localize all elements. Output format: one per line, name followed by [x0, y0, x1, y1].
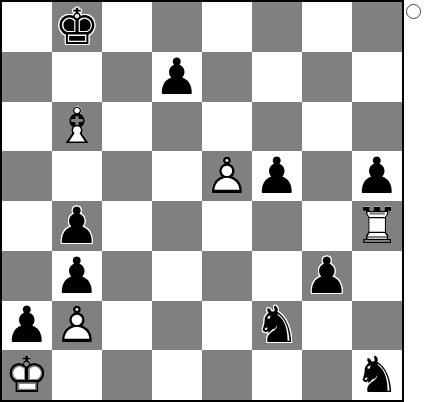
square-c5[interactable]	[102, 151, 152, 201]
square-d4[interactable]	[152, 201, 202, 251]
square-g6[interactable]	[302, 102, 352, 152]
square-g1[interactable]	[302, 350, 352, 400]
square-c2[interactable]	[102, 301, 152, 351]
square-g3[interactable]: ♟	[302, 251, 352, 301]
square-f4[interactable]	[252, 201, 302, 251]
piece-black-pawn[interactable]: ♟	[152, 52, 202, 102]
piece-glyph: ♞	[252, 301, 302, 351]
piece-white-king[interactable]: ♚♔	[2, 350, 52, 400]
piece-glyph: ♚	[52, 2, 102, 52]
square-d8[interactable]	[152, 2, 202, 52]
side-to-move-indicator	[406, 4, 421, 19]
square-a7[interactable]	[2, 52, 52, 102]
square-h7[interactable]	[352, 52, 402, 102]
square-f7[interactable]	[252, 52, 302, 102]
piece-outline-glyph: ♗	[52, 102, 102, 152]
piece-outline-glyph: ♖	[352, 201, 402, 251]
square-b1[interactable]	[52, 350, 102, 400]
square-e6[interactable]	[202, 102, 252, 152]
square-h8[interactable]	[352, 2, 402, 52]
square-b7[interactable]	[52, 52, 102, 102]
piece-black-pawn[interactable]: ♟	[252, 151, 302, 201]
square-h4[interactable]: ♜♖	[352, 201, 402, 251]
square-e8[interactable]	[202, 2, 252, 52]
square-a8[interactable]	[2, 2, 52, 52]
piece-glyph: ♟	[52, 251, 102, 301]
square-b5[interactable]	[52, 151, 102, 201]
square-g4[interactable]	[302, 201, 352, 251]
square-f8[interactable]	[252, 2, 302, 52]
piece-outline-glyph: ♔	[2, 350, 52, 400]
piece-glyph: ♟	[52, 201, 102, 251]
square-e3[interactable]	[202, 251, 252, 301]
square-d2[interactable]	[152, 301, 202, 351]
chess-board: ♚♟♝♗♟♙♟♟♟♜♖♟♟♟♟♙♞♚♔♞	[0, 0, 404, 402]
square-d7[interactable]: ♟	[152, 52, 202, 102]
square-e4[interactable]	[202, 201, 252, 251]
piece-glyph: ♞	[352, 350, 402, 400]
square-a6[interactable]	[2, 102, 52, 152]
piece-glyph: ♟	[352, 151, 402, 201]
square-g7[interactable]	[302, 52, 352, 102]
square-a2[interactable]: ♟	[2, 301, 52, 351]
piece-black-pawn[interactable]: ♟	[52, 201, 102, 251]
piece-white-bishop[interactable]: ♝♗	[52, 102, 102, 152]
piece-outline-glyph: ♙	[52, 301, 102, 351]
square-d3[interactable]	[152, 251, 202, 301]
piece-outline-glyph: ♙	[202, 151, 252, 201]
square-h3[interactable]	[352, 251, 402, 301]
square-c6[interactable]	[102, 102, 152, 152]
square-h5[interactable]: ♟	[352, 151, 402, 201]
piece-black-pawn[interactable]: ♟	[2, 301, 52, 351]
piece-white-rook[interactable]: ♜♖	[352, 201, 402, 251]
square-g2[interactable]	[302, 301, 352, 351]
square-f3[interactable]	[252, 251, 302, 301]
square-a3[interactable]	[2, 251, 52, 301]
square-c7[interactable]	[102, 52, 152, 102]
piece-glyph: ♟	[302, 251, 352, 301]
square-e2[interactable]	[202, 301, 252, 351]
square-f1[interactable]	[252, 350, 302, 400]
piece-glyph: ♟	[2, 301, 52, 351]
square-e1[interactable]	[202, 350, 252, 400]
piece-glyph: ♟	[152, 52, 202, 102]
square-f6[interactable]	[252, 102, 302, 152]
piece-glyph: ♟	[252, 151, 302, 201]
square-b2[interactable]: ♟♙	[52, 301, 102, 351]
piece-black-knight[interactable]: ♞	[352, 350, 402, 400]
square-c3[interactable]	[102, 251, 152, 301]
square-a4[interactable]	[2, 201, 52, 251]
square-b8[interactable]: ♚	[52, 2, 102, 52]
square-a5[interactable]	[2, 151, 52, 201]
square-h2[interactable]	[352, 301, 402, 351]
square-b4[interactable]: ♟	[52, 201, 102, 251]
square-d1[interactable]	[152, 350, 202, 400]
square-f2[interactable]: ♞	[252, 301, 302, 351]
square-c1[interactable]	[102, 350, 152, 400]
square-h6[interactable]	[352, 102, 402, 152]
piece-black-pawn[interactable]: ♟	[302, 251, 352, 301]
piece-black-pawn[interactable]: ♟	[352, 151, 402, 201]
square-d5[interactable]	[152, 151, 202, 201]
square-e7[interactable]	[202, 52, 252, 102]
square-e5[interactable]: ♟♙	[202, 151, 252, 201]
square-c8[interactable]	[102, 2, 152, 52]
square-g5[interactable]	[302, 151, 352, 201]
chess-diagram: ♚♟♝♗♟♙♟♟♟♜♖♟♟♟♟♙♞♚♔♞	[0, 0, 427, 402]
square-b6[interactable]: ♝♗	[52, 102, 102, 152]
piece-white-pawn[interactable]: ♟♙	[52, 301, 102, 351]
piece-white-pawn[interactable]: ♟♙	[202, 151, 252, 201]
square-c4[interactable]	[102, 201, 152, 251]
square-f5[interactable]: ♟	[252, 151, 302, 201]
square-a1[interactable]: ♚♔	[2, 350, 52, 400]
square-h1[interactable]: ♞	[352, 350, 402, 400]
square-b3[interactable]: ♟	[52, 251, 102, 301]
piece-black-knight[interactable]: ♞	[252, 301, 302, 351]
piece-black-pawn[interactable]: ♟	[52, 251, 102, 301]
square-g8[interactable]	[302, 2, 352, 52]
square-d6[interactable]	[152, 102, 202, 152]
piece-black-king[interactable]: ♚	[52, 2, 102, 52]
